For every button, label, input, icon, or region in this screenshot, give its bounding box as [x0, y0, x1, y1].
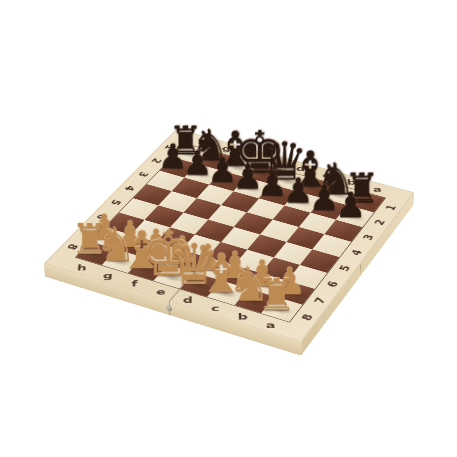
perspective-container: ♜♞♝♚♛♝♞♜♟♟♟♟♟♟♟♟♟♟♟♟♟♟♟♟♜♞♝♚♛♝♞♜ 11hh22g… [0, 0, 457, 457]
piece-dark-pawn-a2: ♟ [335, 189, 366, 222]
file-label-near-c: c [200, 301, 231, 315]
file-label-near-a: a [255, 317, 287, 332]
file-label-near-b: b [227, 309, 258, 324]
piece-light-rook-a8: ♜ [257, 275, 296, 317]
latch-clasp-icon [166, 305, 172, 312]
board-frame: ♜♞♝♚♛♝♞♜♟♟♟♟♟♟♟♟♟♟♟♟♟♟♟♟♜♞♝♚♛♝♞♜ 11hh22g… [44, 129, 414, 343]
product-photo-scene: ♜♞♝♚♛♝♞♜♟♟♟♟♟♟♟♟♟♟♟♟♟♟♟♟♜♞♝♚♛♝♞♜ 11hh22g… [0, 0, 457, 457]
chess-board-box: ♜♞♝♚♛♝♞♜♟♟♟♟♟♟♟♟♟♟♟♟♟♟♟♟♜♞♝♚♛♝♞♜ 11hh22g… [44, 129, 414, 343]
